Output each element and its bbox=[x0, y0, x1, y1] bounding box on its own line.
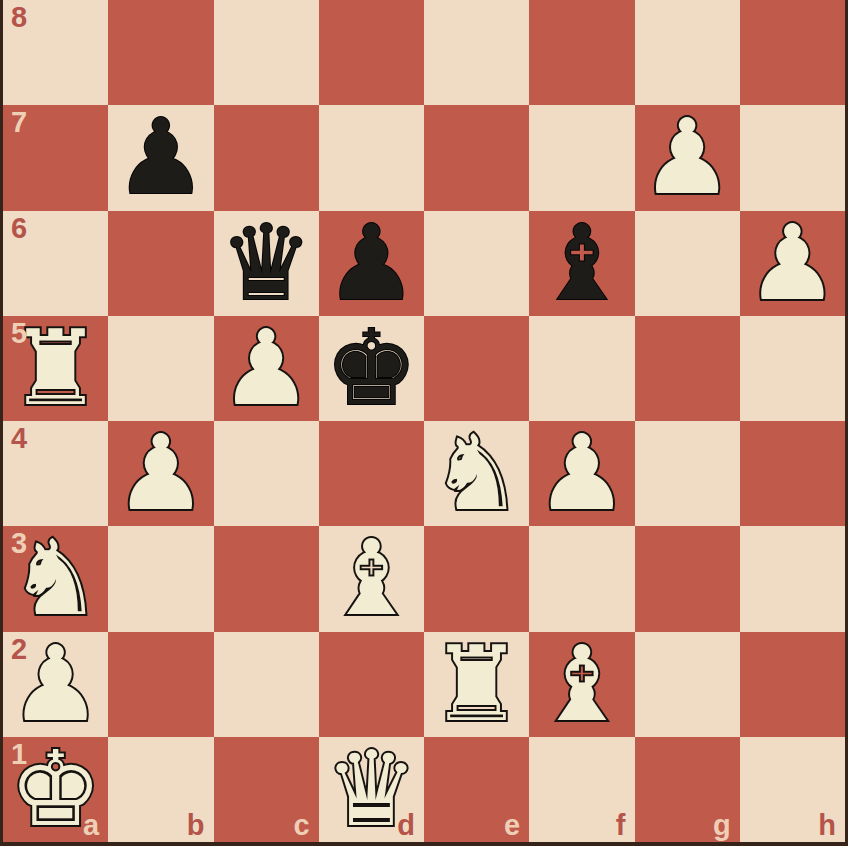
square-e4[interactable]: ♞ bbox=[424, 421, 529, 526]
square-h1[interactable]: h bbox=[740, 737, 845, 842]
square-b8[interactable] bbox=[108, 0, 213, 105]
white-pawn-h6[interactable]: ♟ bbox=[746, 211, 839, 316]
square-e7[interactable] bbox=[424, 105, 529, 210]
square-c8[interactable] bbox=[214, 0, 319, 105]
square-e3[interactable] bbox=[424, 526, 529, 631]
square-e8[interactable] bbox=[424, 0, 529, 105]
square-d6[interactable]: ♟ bbox=[319, 211, 424, 316]
square-d4[interactable] bbox=[319, 421, 424, 526]
white-rook-e2[interactable]: ♜ bbox=[430, 632, 523, 737]
square-c1[interactable]: c bbox=[214, 737, 319, 842]
square-h8[interactable] bbox=[740, 0, 845, 105]
square-b5[interactable] bbox=[108, 316, 213, 421]
rank-label-2: 2 bbox=[11, 633, 27, 666]
square-d1[interactable]: d♛ bbox=[319, 737, 424, 842]
square-h7[interactable] bbox=[740, 105, 845, 210]
square-a3[interactable]: 3♞ bbox=[3, 526, 108, 631]
square-b3[interactable] bbox=[108, 526, 213, 631]
file-label-c: c bbox=[294, 810, 310, 842]
square-e2[interactable]: ♜ bbox=[424, 632, 529, 737]
square-a8[interactable]: 8 bbox=[3, 0, 108, 105]
file-label-h: h bbox=[818, 810, 836, 842]
chess-board: 87♟♟6♛♟♝♟5♜♟♚4♟♞♟3♞♝2♟♜♝1a♚bcd♛efgh bbox=[0, 0, 848, 846]
square-f4[interactable]: ♟ bbox=[529, 421, 634, 526]
square-f1[interactable]: f bbox=[529, 737, 634, 842]
square-d5[interactable]: ♚ bbox=[319, 316, 424, 421]
square-b1[interactable]: b bbox=[108, 737, 213, 842]
square-a1[interactable]: 1a♚ bbox=[3, 737, 108, 842]
square-f2[interactable]: ♝ bbox=[529, 632, 634, 737]
file-label-d: d bbox=[397, 810, 415, 842]
square-b2[interactable] bbox=[108, 632, 213, 737]
square-d2[interactable] bbox=[319, 632, 424, 737]
square-c5[interactable]: ♟ bbox=[214, 316, 319, 421]
square-e5[interactable] bbox=[424, 316, 529, 421]
square-h4[interactable] bbox=[740, 421, 845, 526]
square-c7[interactable] bbox=[214, 105, 319, 210]
square-c6[interactable]: ♛ bbox=[214, 211, 319, 316]
square-d7[interactable] bbox=[319, 105, 424, 210]
square-a2[interactable]: 2♟ bbox=[3, 632, 108, 737]
square-g1[interactable]: g bbox=[635, 737, 740, 842]
square-f3[interactable] bbox=[529, 526, 634, 631]
square-d3[interactable]: ♝ bbox=[319, 526, 424, 631]
square-g3[interactable] bbox=[635, 526, 740, 631]
square-a5[interactable]: 5♜ bbox=[3, 316, 108, 421]
rank-label-3: 3 bbox=[11, 527, 27, 560]
square-b7[interactable]: ♟ bbox=[108, 105, 213, 210]
black-queen-c6[interactable]: ♛ bbox=[220, 211, 313, 316]
white-pawn-c5[interactable]: ♟ bbox=[220, 316, 313, 421]
black-king-d5[interactable]: ♚ bbox=[325, 316, 418, 421]
square-b4[interactable]: ♟ bbox=[108, 421, 213, 526]
square-h5[interactable] bbox=[740, 316, 845, 421]
square-g5[interactable] bbox=[635, 316, 740, 421]
square-d8[interactable] bbox=[319, 0, 424, 105]
rank-label-1: 1 bbox=[11, 738, 27, 771]
square-a7[interactable]: 7 bbox=[3, 105, 108, 210]
rank-label-6: 6 bbox=[11, 212, 27, 245]
white-knight-e4[interactable]: ♞ bbox=[430, 421, 523, 526]
square-h3[interactable] bbox=[740, 526, 845, 631]
square-g7[interactable]: ♟ bbox=[635, 105, 740, 210]
square-h6[interactable]: ♟ bbox=[740, 211, 845, 316]
square-a4[interactable]: 4 bbox=[3, 421, 108, 526]
square-c2[interactable] bbox=[214, 632, 319, 737]
rank-label-8: 8 bbox=[11, 1, 27, 34]
white-pawn-b4[interactable]: ♟ bbox=[114, 421, 207, 526]
rank-label-4: 4 bbox=[11, 422, 27, 455]
file-label-e: e bbox=[504, 810, 520, 842]
rank-label-5: 5 bbox=[11, 317, 27, 350]
black-pawn-b7[interactable]: ♟ bbox=[114, 105, 207, 210]
square-f7[interactable] bbox=[529, 105, 634, 210]
square-g8[interactable] bbox=[635, 0, 740, 105]
black-pawn-d6[interactable]: ♟ bbox=[325, 211, 418, 316]
rank-label-7: 7 bbox=[11, 106, 27, 139]
file-label-a: a bbox=[83, 810, 99, 842]
square-h2[interactable] bbox=[740, 632, 845, 737]
square-c4[interactable] bbox=[214, 421, 319, 526]
file-label-f: f bbox=[616, 810, 626, 842]
file-label-g: g bbox=[713, 810, 731, 842]
white-pawn-g7[interactable]: ♟ bbox=[641, 105, 734, 210]
square-g4[interactable] bbox=[635, 421, 740, 526]
white-pawn-f4[interactable]: ♟ bbox=[535, 421, 628, 526]
square-f6[interactable]: ♝ bbox=[529, 211, 634, 316]
white-bishop-f2[interactable]: ♝ bbox=[535, 632, 628, 737]
black-bishop-f6[interactable]: ♝ bbox=[535, 211, 628, 316]
square-b6[interactable] bbox=[108, 211, 213, 316]
square-f5[interactable] bbox=[529, 316, 634, 421]
square-g2[interactable] bbox=[635, 632, 740, 737]
square-e6[interactable] bbox=[424, 211, 529, 316]
square-f8[interactable] bbox=[529, 0, 634, 105]
square-g6[interactable] bbox=[635, 211, 740, 316]
square-e1[interactable]: e bbox=[424, 737, 529, 842]
square-a6[interactable]: 6 bbox=[3, 211, 108, 316]
white-bishop-d3[interactable]: ♝ bbox=[325, 526, 418, 631]
file-label-b: b bbox=[187, 810, 205, 842]
square-c3[interactable] bbox=[214, 526, 319, 631]
